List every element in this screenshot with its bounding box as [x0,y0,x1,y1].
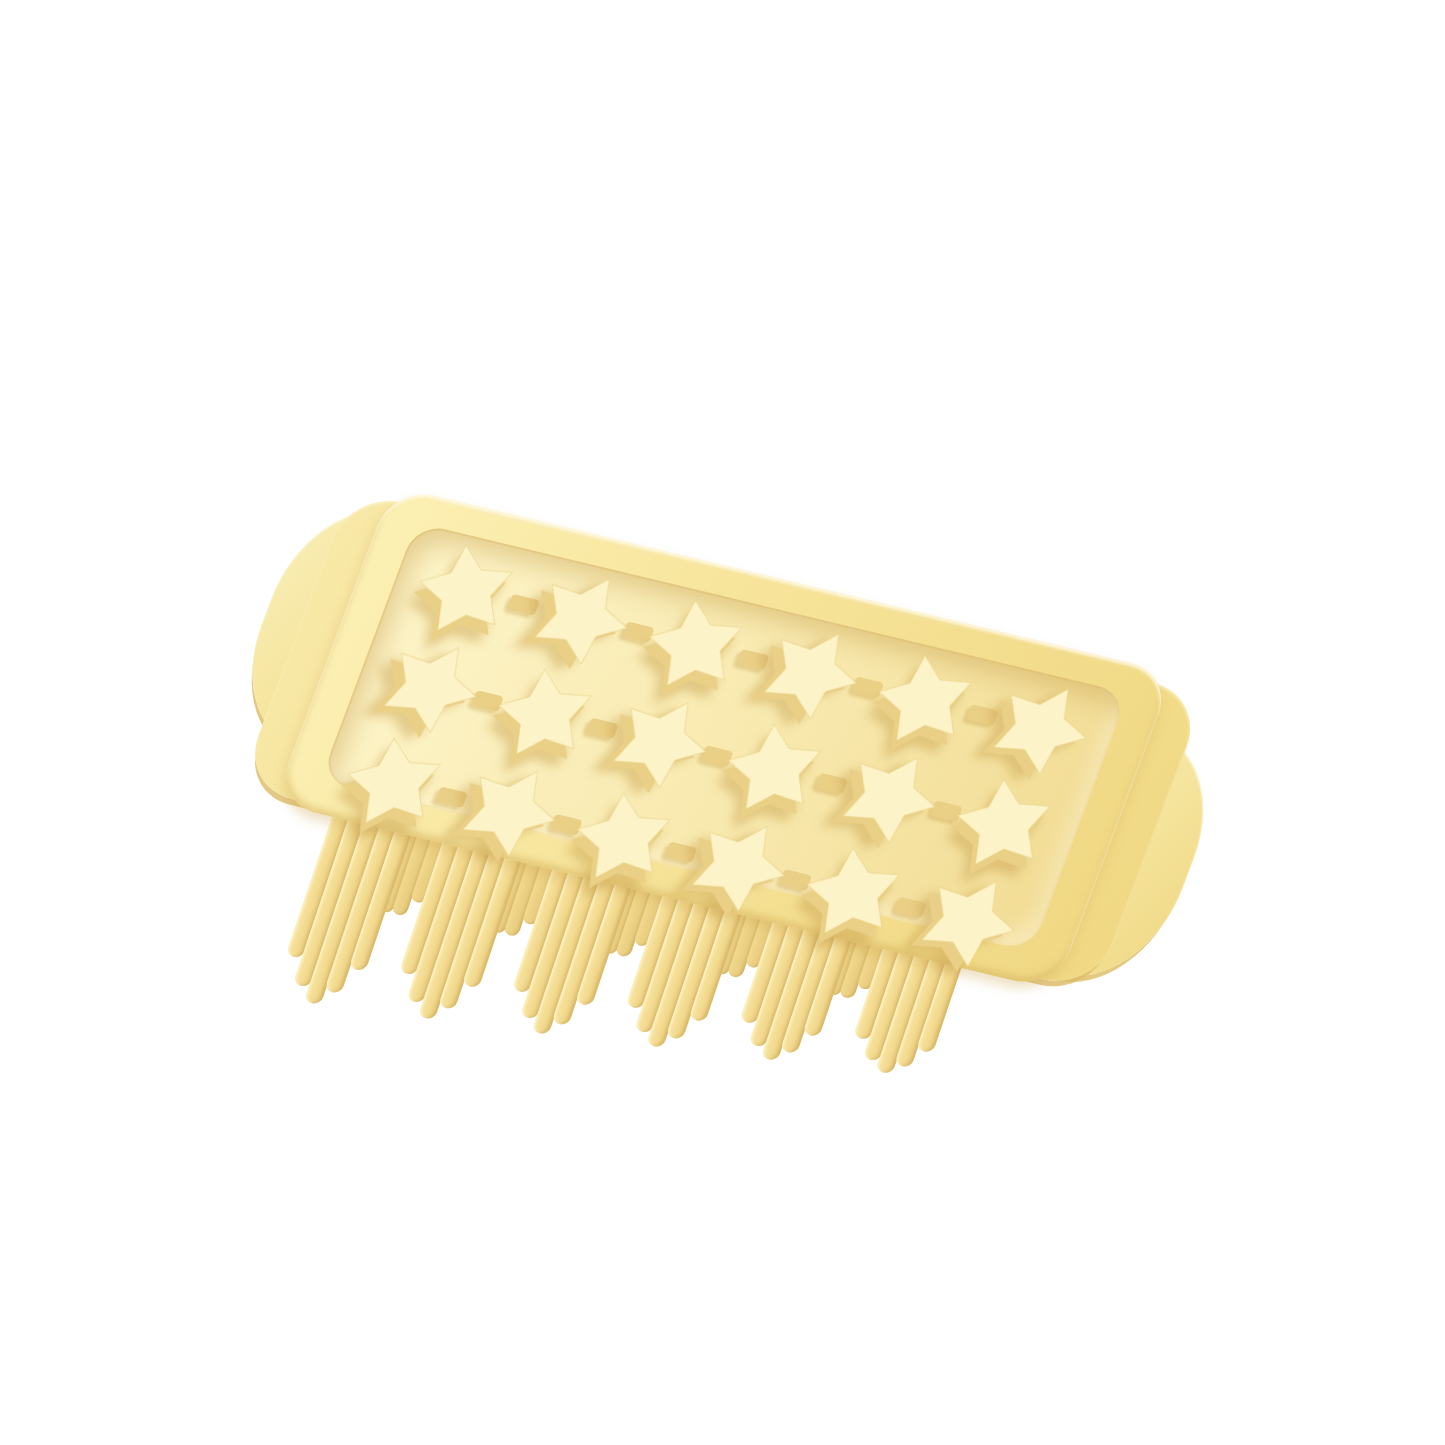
product-photo-scene: tescoma [0,0,1445,1445]
star-mold [569,784,679,894]
star-mold [798,839,908,949]
ice-cube-tray: tescoma [187,465,1260,1015]
star-mold [339,729,449,839]
